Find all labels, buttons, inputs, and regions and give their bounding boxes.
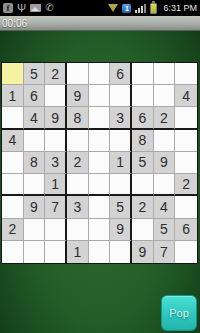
sudoku-cell[interactable] bbox=[24, 219, 46, 241]
sudoku-cell[interactable]: 1 bbox=[110, 152, 132, 174]
sudoku-cell[interactable] bbox=[110, 174, 132, 196]
sudoku-cell[interactable] bbox=[89, 152, 111, 174]
sudoku-cell[interactable] bbox=[175, 196, 197, 218]
sudoku-cell[interactable] bbox=[132, 219, 154, 241]
clock-text: 6:31 PM bbox=[163, 3, 197, 13]
sudoku-cell[interactable]: 6 bbox=[110, 63, 132, 85]
sudoku-cell[interactable]: 3 bbox=[110, 107, 132, 129]
status-bar-right: 1 6:31 PM bbox=[108, 3, 197, 14]
sudoku-cell[interactable] bbox=[110, 130, 132, 152]
sudoku-cell[interactable] bbox=[67, 63, 89, 85]
sudoku-cell[interactable] bbox=[67, 130, 89, 152]
sudoku-cell[interactable] bbox=[2, 174, 24, 196]
sudoku-cell[interactable]: 2 bbox=[132, 196, 154, 218]
sudoku-cell[interactable]: 2 bbox=[45, 63, 67, 85]
sudoku-cell[interactable]: 3 bbox=[45, 152, 67, 174]
whatsapp-icon: ✆ bbox=[45, 3, 53, 13]
sudoku-cell[interactable] bbox=[24, 174, 46, 196]
app-screen: f Ψ ✆ 1 6:31 PM 00:06 526169449836248832… bbox=[0, 0, 200, 333]
sudoku-cell[interactable]: 8 bbox=[67, 107, 89, 129]
sudoku-cell[interactable] bbox=[175, 107, 197, 129]
game-timer: 00:06 bbox=[2, 18, 27, 29]
sudoku-cell[interactable]: 9 bbox=[132, 241, 154, 263]
sudoku-cell[interactable] bbox=[2, 152, 24, 174]
sudoku-cell[interactable] bbox=[2, 63, 24, 85]
sudoku-cell[interactable] bbox=[45, 130, 67, 152]
sudoku-cell[interactable]: 8 bbox=[132, 130, 154, 152]
sudoku-cell[interactable]: 2 bbox=[175, 174, 197, 196]
sudoku-cell[interactable]: 4 bbox=[2, 130, 24, 152]
sudoku-cell[interactable] bbox=[154, 130, 176, 152]
sudoku-cell[interactable]: 9 bbox=[67, 85, 89, 107]
timer-bar: 00:06 bbox=[0, 16, 200, 31]
sudoku-cell[interactable]: 6 bbox=[24, 85, 46, 107]
sudoku-cell[interactable] bbox=[67, 174, 89, 196]
battery-icon bbox=[150, 3, 157, 14]
status-bar-left: f Ψ ✆ bbox=[3, 3, 54, 13]
gallery-icon bbox=[30, 4, 41, 12]
sudoku-cell[interactable] bbox=[175, 130, 197, 152]
sudoku-cell[interactable] bbox=[89, 130, 111, 152]
sudoku-cell[interactable]: 7 bbox=[154, 241, 176, 263]
sudoku-cell[interactable]: 9 bbox=[45, 107, 67, 129]
sudoku-cell[interactable]: 4 bbox=[24, 107, 46, 129]
sudoku-cell[interactable] bbox=[132, 174, 154, 196]
sudoku-cell[interactable] bbox=[24, 241, 46, 263]
sudoku-cell[interactable]: 4 bbox=[154, 196, 176, 218]
sudoku-cell[interactable]: 4 bbox=[175, 85, 197, 107]
sudoku-cell[interactable]: 9 bbox=[110, 219, 132, 241]
sudoku-cell[interactable]: 2 bbox=[2, 219, 24, 241]
sudoku-cell[interactable]: 2 bbox=[154, 107, 176, 129]
sudoku-cell[interactable]: 9 bbox=[24, 196, 46, 218]
sudoku-cell[interactable]: 5 bbox=[24, 63, 46, 85]
sudoku-cell[interactable] bbox=[110, 85, 132, 107]
sudoku-cell[interactable] bbox=[2, 107, 24, 129]
sudoku-cell[interactable] bbox=[2, 241, 24, 263]
sudoku-cell[interactable] bbox=[89, 196, 111, 218]
sudoku-cell[interactable]: 6 bbox=[132, 107, 154, 129]
sudoku-cell[interactable] bbox=[45, 85, 67, 107]
signal-bars-icon bbox=[135, 3, 146, 13]
sudoku-cell[interactable] bbox=[154, 63, 176, 85]
sudoku-cell[interactable] bbox=[132, 85, 154, 107]
notification-badge: 1 bbox=[122, 4, 131, 13]
sudoku-cell[interactable] bbox=[2, 196, 24, 218]
sudoku-cell[interactable]: 5 bbox=[154, 219, 176, 241]
status-bar: f Ψ ✆ 1 6:31 PM bbox=[0, 0, 200, 16]
sudoku-cell[interactable] bbox=[154, 174, 176, 196]
sudoku-cell[interactable] bbox=[175, 241, 197, 263]
sudoku-cell[interactable]: 3 bbox=[67, 196, 89, 218]
sudoku-cell[interactable] bbox=[175, 152, 197, 174]
sudoku-cell[interactable] bbox=[89, 174, 111, 196]
sudoku-cell[interactable]: 9 bbox=[154, 152, 176, 174]
sudoku-cell[interactable]: 8 bbox=[24, 152, 46, 174]
sudoku-cell[interactable]: 1 bbox=[2, 85, 24, 107]
sudoku-cell[interactable] bbox=[89, 63, 111, 85]
usb-icon: Ψ bbox=[17, 3, 26, 13]
facebook-icon: f bbox=[3, 3, 13, 13]
sudoku-cell[interactable] bbox=[89, 107, 111, 129]
wifi-icon bbox=[108, 4, 118, 12]
sudoku-cell[interactable]: 5 bbox=[110, 196, 132, 218]
pop-button[interactable]: Pop bbox=[161, 295, 197, 331]
sudoku-cell[interactable]: 5 bbox=[132, 152, 154, 174]
sudoku-cell[interactable] bbox=[89, 85, 111, 107]
sudoku-cell[interactable] bbox=[175, 63, 197, 85]
sudoku-cell[interactable] bbox=[45, 241, 67, 263]
sudoku-cell[interactable]: 2 bbox=[67, 152, 89, 174]
sudoku-cell[interactable] bbox=[89, 241, 111, 263]
sudoku-cell[interactable]: 1 bbox=[45, 174, 67, 196]
sudoku-cell[interactable] bbox=[89, 219, 111, 241]
sudoku-cell[interactable]: 6 bbox=[175, 219, 197, 241]
sudoku-cell[interactable] bbox=[67, 219, 89, 241]
sudoku-cell[interactable] bbox=[45, 219, 67, 241]
sudoku-board: 526169449836248832159129735242956197 bbox=[1, 62, 198, 264]
sudoku-cell[interactable] bbox=[110, 241, 132, 263]
sudoku-cell[interactable] bbox=[154, 85, 176, 107]
sudoku-cell[interactable] bbox=[24, 130, 46, 152]
sudoku-cell[interactable]: 1 bbox=[67, 241, 89, 263]
sudoku-cell[interactable] bbox=[132, 63, 154, 85]
sudoku-cell[interactable]: 7 bbox=[45, 196, 67, 218]
